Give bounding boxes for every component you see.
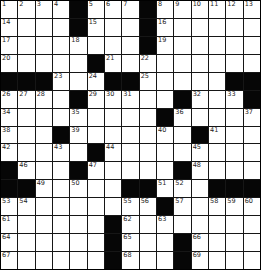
cell-r14c6[interactable] (88, 234, 104, 251)
clue-number-37: 37 (245, 109, 253, 116)
black-cell-r11c13 (209, 180, 225, 197)
cell-r9c5[interactable] (70, 144, 86, 161)
clue-number-39: 39 (71, 127, 79, 134)
clue-number-30: 30 (106, 91, 114, 98)
cell-r9c7[interactable]: 44 (105, 144, 121, 161)
cell-r7c14[interactable] (226, 109, 242, 126)
black-cell-r5c8 (122, 73, 138, 90)
black-cell-r11c9 (140, 180, 156, 197)
cell-r3c11[interactable] (174, 37, 190, 54)
black-cell-r10c1 (1, 162, 17, 179)
clue-number-19: 19 (158, 37, 166, 44)
clue-number-55: 55 (123, 198, 131, 205)
cell-r3c13[interactable] (209, 37, 225, 54)
cell-r7c8[interactable] (122, 109, 138, 126)
cell-r10c7[interactable] (105, 162, 121, 179)
clue-number-45: 45 (193, 144, 201, 151)
clue-number-33: 33 (227, 91, 235, 98)
clue-number-63: 63 (158, 216, 166, 223)
black-cell-r12c10 (157, 198, 173, 215)
cell-r15c9[interactable] (140, 252, 156, 269)
cell-r15c1[interactable]: 67 (1, 252, 17, 269)
cell-r5c13[interactable] (209, 73, 225, 90)
cell-r4c8[interactable] (122, 55, 138, 72)
clue-number-7: 7 (123, 1, 127, 8)
black-cell-r11c15 (244, 180, 260, 197)
cell-r6c8[interactable]: 31 (122, 91, 138, 108)
cell-r2c15[interactable] (244, 19, 260, 36)
black-cell-r1c5 (70, 1, 86, 18)
clue-number-59: 59 (227, 198, 235, 205)
cell-r13c13[interactable] (209, 216, 225, 233)
cell-r1c15[interactable]: 13 (244, 1, 260, 18)
cell-r5c5[interactable] (70, 73, 86, 90)
cell-r3c5[interactable]: 18 (70, 37, 86, 54)
cell-r9c10[interactable] (157, 144, 173, 161)
cell-r8c8[interactable] (122, 127, 138, 144)
cell-r10c4[interactable] (53, 162, 69, 179)
cell-r12c14[interactable]: 59 (226, 198, 242, 215)
cell-r15c13[interactable] (209, 252, 225, 269)
cell-r12c7[interactable] (105, 198, 121, 215)
cell-r11c6[interactable] (88, 180, 104, 197)
black-cell-r2c9 (140, 19, 156, 36)
cell-r14c10[interactable] (157, 234, 173, 251)
cell-r6c3[interactable]: 28 (36, 91, 52, 108)
cell-r6c4[interactable] (53, 91, 69, 108)
clue-number-65: 65 (123, 234, 131, 241)
cell-r7c11[interactable]: 36 (174, 109, 190, 126)
cell-r5c9[interactable]: 25 (140, 73, 156, 90)
clue-number-29: 29 (89, 91, 97, 98)
cell-r15c6[interactable] (88, 252, 104, 269)
cell-r12c9[interactable]: 56 (140, 198, 156, 215)
cell-r14c14[interactable] (226, 234, 242, 251)
cell-r13c10[interactable]: 63 (157, 216, 173, 233)
cell-r13c11[interactable] (174, 216, 190, 233)
cell-r4c10[interactable] (157, 55, 173, 72)
cell-r7c3[interactable] (36, 109, 52, 126)
cell-r1c4[interactable]: 4 (53, 1, 69, 18)
cell-r2c6[interactable]: 15 (88, 19, 104, 36)
cell-r10c6[interactable]: 47 (88, 162, 104, 179)
cell-r13c3[interactable] (36, 216, 52, 233)
cell-r12c4[interactable] (53, 198, 69, 215)
cell-r2c14[interactable] (226, 19, 242, 36)
cell-r12c15[interactable]: 60 (244, 198, 260, 215)
cell-r2c7[interactable] (105, 19, 121, 36)
black-cell-r2c5 (70, 19, 86, 36)
clue-number-46: 46 (19, 162, 27, 169)
cell-r1c10[interactable]: 8 (157, 1, 173, 18)
cell-r8c1[interactable]: 38 (1, 127, 17, 144)
cell-r3c3[interactable] (36, 37, 52, 54)
cell-r9c1[interactable]: 42 (1, 144, 17, 161)
clue-number-13: 13 (245, 1, 253, 8)
cell-r8c9[interactable] (140, 127, 156, 144)
cell-r3c7[interactable] (105, 37, 121, 54)
cell-r15c2[interactable] (18, 252, 34, 269)
cell-r8c7[interactable] (105, 127, 121, 144)
clue-number-18: 18 (71, 37, 79, 44)
cell-r8c11[interactable] (174, 127, 190, 144)
clue-number-47: 47 (89, 162, 97, 169)
clue-number-5: 5 (89, 1, 93, 8)
clue-number-17: 17 (2, 37, 10, 44)
black-cell-r6c5 (70, 91, 86, 108)
cell-r14c4[interactable] (53, 234, 69, 251)
cell-r15c10[interactable] (157, 252, 173, 269)
cell-r11c7[interactable] (105, 180, 121, 197)
cell-r13c1[interactable]: 61 (1, 216, 17, 233)
clue-number-40: 40 (158, 127, 166, 134)
cell-r1c11[interactable]: 9 (174, 1, 190, 18)
cell-r6c7[interactable]: 30 (105, 91, 121, 108)
cell-r8c15[interactable] (244, 127, 260, 144)
clue-number-6: 6 (106, 1, 110, 8)
clue-number-31: 31 (123, 91, 131, 98)
cell-r12c11[interactable]: 57 (174, 198, 190, 215)
cell-r13c15[interactable] (244, 216, 260, 233)
cell-r3c15[interactable] (244, 37, 260, 54)
cell-r4c4[interactable] (53, 55, 69, 72)
cell-r15c3[interactable] (36, 252, 52, 269)
black-cell-r15c11 (174, 252, 190, 269)
cell-r13c12[interactable] (192, 216, 208, 233)
black-cell-r11c14 (226, 180, 242, 197)
clue-number-68: 68 (123, 252, 131, 259)
clue-number-23: 23 (54, 73, 62, 80)
cell-r4c11[interactable] (174, 55, 190, 72)
cell-r13c14[interactable] (226, 216, 242, 233)
black-cell-r9c6 (88, 144, 104, 161)
cell-r15c8[interactable]: 68 (122, 252, 138, 269)
cell-r15c4[interactable] (53, 252, 69, 269)
cell-r11c3[interactable]: 49 (36, 180, 52, 197)
clue-number-54: 54 (19, 198, 27, 205)
cell-r13c2[interactable] (18, 216, 34, 233)
cell-r8c13[interactable]: 41 (209, 127, 225, 144)
cell-r15c5[interactable] (70, 252, 86, 269)
cell-r7c2[interactable] (18, 109, 34, 126)
black-cell-r8c12 (192, 127, 208, 144)
cell-r4c12[interactable] (192, 55, 208, 72)
clue-number-1: 1 (2, 1, 6, 8)
cell-r14c2[interactable] (18, 234, 34, 251)
black-cell-r5c14 (226, 73, 242, 90)
clue-number-62: 62 (123, 216, 131, 223)
cell-r6c13[interactable] (209, 91, 225, 108)
clue-number-9: 9 (175, 1, 179, 8)
cell-r5c11[interactable] (174, 73, 190, 90)
cell-r1c3[interactable]: 3 (36, 1, 52, 18)
clue-number-20: 20 (2, 55, 10, 62)
cell-r13c8[interactable]: 62 (122, 216, 138, 233)
cell-r14c13[interactable] (209, 234, 225, 251)
cell-r9c8[interactable] (122, 144, 138, 161)
cell-r9c9[interactable] (140, 144, 156, 161)
cell-r7c15[interactable]: 37 (244, 109, 260, 126)
cell-r15c15[interactable] (244, 252, 260, 269)
cell-r9c11[interactable] (174, 144, 190, 161)
cell-r12c1[interactable]: 53 (1, 198, 17, 215)
clue-number-44: 44 (106, 144, 114, 151)
clue-number-27: 27 (19, 91, 27, 98)
cell-r7c13[interactable] (209, 109, 225, 126)
cell-r9c14[interactable] (226, 144, 242, 161)
cell-r8c6[interactable] (88, 127, 104, 144)
cell-r9c15[interactable] (244, 144, 260, 161)
cell-r8c5[interactable]: 39 (70, 127, 86, 144)
clue-number-51: 51 (158, 180, 166, 187)
clue-number-48: 48 (193, 162, 201, 169)
cell-r1c6[interactable]: 5 (88, 1, 104, 18)
cell-r11c12[interactable] (192, 180, 208, 197)
black-cell-r1c9 (140, 1, 156, 18)
cell-r10c2[interactable]: 46 (18, 162, 34, 179)
black-cell-r14c11 (174, 234, 190, 251)
cell-r8c2[interactable] (18, 127, 34, 144)
clue-number-57: 57 (175, 198, 183, 205)
cell-r14c5[interactable] (70, 234, 86, 251)
cell-r11c11[interactable]: 52 (174, 180, 190, 197)
cell-r13c9[interactable] (140, 216, 156, 233)
black-cell-r8c4 (53, 127, 69, 144)
cell-r5c6[interactable]: 24 (88, 73, 104, 90)
cell-r6c12[interactable]: 32 (192, 91, 208, 108)
cell-r13c5[interactable] (70, 216, 86, 233)
cell-r3c6[interactable] (88, 37, 104, 54)
cell-r3c14[interactable] (226, 37, 242, 54)
cell-r2c8[interactable] (122, 19, 138, 36)
cell-r8c3[interactable] (36, 127, 52, 144)
cell-r9c3[interactable] (36, 144, 52, 161)
clue-number-49: 49 (37, 180, 45, 187)
cell-r4c5[interactable] (70, 55, 86, 72)
cell-r2c1[interactable]: 14 (1, 19, 17, 36)
cell-r9c2[interactable] (18, 144, 34, 161)
cell-r14c9[interactable] (140, 234, 156, 251)
cell-r14c8[interactable]: 65 (122, 234, 138, 251)
clue-number-25: 25 (141, 73, 149, 80)
black-cell-r6c11 (174, 91, 190, 108)
cell-r10c14[interactable] (226, 162, 242, 179)
cell-r11c10[interactable]: 51 (157, 180, 173, 197)
cell-r2c3[interactable] (36, 19, 52, 36)
black-cell-r15c7 (105, 252, 121, 269)
cell-r12c5[interactable] (70, 198, 86, 215)
black-cell-r5c7 (105, 73, 121, 90)
cell-r10c10[interactable] (157, 162, 173, 179)
black-cell-r3c9 (140, 37, 156, 54)
clue-number-50: 50 (71, 180, 79, 187)
black-cell-r5c15 (244, 73, 260, 90)
black-cell-r5c3 (36, 73, 52, 90)
black-cell-r10c5 (70, 162, 86, 179)
clue-number-16: 16 (158, 19, 166, 26)
cell-r3c2[interactable] (18, 37, 34, 54)
cell-r5c4[interactable]: 23 (53, 73, 69, 90)
crossword-board: 1234567891011121314151617181920212223242… (0, 0, 261, 270)
cell-r1c12[interactable]: 10 (192, 1, 208, 18)
clue-number-67: 67 (2, 252, 10, 259)
clue-number-42: 42 (2, 144, 10, 151)
clue-number-69: 69 (193, 252, 201, 259)
cell-r8c14[interactable] (226, 127, 242, 144)
clue-number-4: 4 (54, 1, 58, 8)
clue-number-22: 22 (141, 55, 149, 62)
clue-number-36: 36 (175, 109, 183, 116)
black-cell-r6c15 (244, 91, 260, 108)
cell-r4c2[interactable] (18, 55, 34, 72)
cell-r4c1[interactable]: 20 (1, 55, 17, 72)
clue-number-35: 35 (71, 109, 79, 116)
clue-number-53: 53 (2, 198, 10, 205)
cell-r2c11[interactable] (174, 19, 190, 36)
cell-r8c10[interactable]: 40 (157, 127, 173, 144)
black-cell-r14c7 (105, 234, 121, 251)
clue-number-64: 64 (2, 234, 10, 241)
cell-r11c4[interactable] (53, 180, 69, 197)
cell-r2c10[interactable]: 16 (157, 19, 173, 36)
cell-r12c2[interactable]: 54 (18, 198, 34, 215)
cell-r7c5[interactable]: 35 (70, 109, 86, 126)
clue-number-26: 26 (2, 91, 10, 98)
cell-r10c13[interactable] (209, 162, 225, 179)
cell-r13c6[interactable] (88, 216, 104, 233)
cell-r6c6[interactable]: 29 (88, 91, 104, 108)
cell-r14c15[interactable] (244, 234, 260, 251)
cell-r7c6[interactable] (88, 109, 104, 126)
cell-r2c2[interactable] (18, 19, 34, 36)
clue-number-56: 56 (141, 198, 149, 205)
cell-r7c12[interactable] (192, 109, 208, 126)
cell-r7c9[interactable] (140, 109, 156, 126)
cell-r1c8[interactable]: 7 (122, 1, 138, 18)
black-cell-r7c10 (157, 109, 173, 126)
cell-r1c1[interactable]: 1 (1, 1, 17, 18)
cell-r3c12[interactable] (192, 37, 208, 54)
cell-r13c4[interactable] (53, 216, 69, 233)
clue-number-60: 60 (245, 198, 253, 205)
clue-number-38: 38 (2, 127, 10, 134)
cell-r1c14[interactable]: 12 (226, 1, 242, 18)
clue-number-14: 14 (2, 19, 10, 26)
black-cell-r11c8 (122, 180, 138, 197)
clue-number-34: 34 (2, 109, 10, 116)
cell-r12c3[interactable] (36, 198, 52, 215)
cell-r10c15[interactable] (244, 162, 260, 179)
clue-number-66: 66 (193, 234, 201, 241)
cell-r6c10[interactable] (157, 91, 173, 108)
black-cell-r5c1 (1, 73, 17, 90)
cell-r6c2[interactable]: 27 (18, 91, 34, 108)
black-cell-r11c1 (1, 180, 17, 197)
cell-r4c7[interactable]: 21 (105, 55, 121, 72)
cell-r4c13[interactable] (209, 55, 225, 72)
cell-r15c14[interactable] (226, 252, 242, 269)
clue-number-61: 61 (2, 216, 10, 223)
clue-number-58: 58 (210, 198, 218, 205)
cell-r9c13[interactable] (209, 144, 225, 161)
cell-r12c13[interactable]: 58 (209, 198, 225, 215)
clue-number-41: 41 (210, 127, 218, 134)
cell-r10c3[interactable] (36, 162, 52, 179)
cell-r10c8[interactable] (122, 162, 138, 179)
cell-r7c1[interactable]: 34 (1, 109, 17, 126)
cell-r2c12[interactable] (192, 19, 208, 36)
clue-number-11: 11 (210, 1, 218, 8)
cell-r6c14[interactable]: 33 (226, 91, 242, 108)
black-cell-r10c11 (174, 162, 190, 179)
clue-number-24: 24 (89, 73, 97, 80)
black-cell-r13c7 (105, 216, 121, 233)
cell-r2c13[interactable] (209, 19, 225, 36)
cell-r7c7[interactable] (105, 109, 121, 126)
black-cell-r5c2 (18, 73, 34, 90)
black-cell-r4c6 (88, 55, 104, 72)
cell-r7c4[interactable] (53, 109, 69, 126)
clue-number-12: 12 (227, 1, 235, 8)
cell-r6c1[interactable]: 26 (1, 91, 17, 108)
clue-number-8: 8 (158, 1, 162, 8)
cell-r11c5[interactable]: 50 (70, 180, 86, 197)
cell-r5c12[interactable] (192, 73, 208, 90)
clue-number-43: 43 (54, 144, 62, 151)
cell-r1c13[interactable]: 11 (209, 1, 225, 18)
cell-r4c9[interactable]: 22 (140, 55, 156, 72)
cell-r3c4[interactable] (53, 37, 69, 54)
clue-number-10: 10 (193, 1, 201, 8)
cell-r15c12[interactable]: 69 (192, 252, 208, 269)
clue-number-15: 15 (89, 19, 97, 26)
clue-number-21: 21 (106, 55, 114, 62)
cell-r1c2[interactable]: 2 (18, 1, 34, 18)
cell-r14c1[interactable]: 64 (1, 234, 17, 251)
cell-r6c9[interactable] (140, 91, 156, 108)
cell-r1c7[interactable]: 6 (105, 1, 121, 18)
cell-r4c14[interactable] (226, 55, 242, 72)
clue-number-28: 28 (37, 91, 45, 98)
cell-r5c10[interactable] (157, 73, 173, 90)
clue-number-52: 52 (175, 180, 183, 187)
cell-r2c4[interactable] (53, 19, 69, 36)
cell-r4c3[interactable] (36, 55, 52, 72)
cell-r3c8[interactable] (122, 37, 138, 54)
cell-r4c15[interactable] (244, 55, 260, 72)
cell-r10c12[interactable]: 48 (192, 162, 208, 179)
cell-r3c10[interactable]: 19 (157, 37, 173, 54)
cell-r10c9[interactable] (140, 162, 156, 179)
cell-r9c4[interactable]: 43 (53, 144, 69, 161)
cell-r9c12[interactable]: 45 (192, 144, 208, 161)
cell-r3c1[interactable]: 17 (1, 37, 17, 54)
cell-r12c12[interactable] (192, 198, 208, 215)
black-cell-r11c2 (18, 180, 34, 197)
cell-r12c6[interactable] (88, 198, 104, 215)
cell-r12c8[interactable]: 55 (122, 198, 138, 215)
clue-number-3: 3 (37, 1, 41, 8)
clue-number-2: 2 (19, 1, 23, 8)
clue-number-32: 32 (193, 91, 201, 98)
cell-r14c12[interactable]: 66 (192, 234, 208, 251)
cell-r14c3[interactable] (36, 234, 52, 251)
